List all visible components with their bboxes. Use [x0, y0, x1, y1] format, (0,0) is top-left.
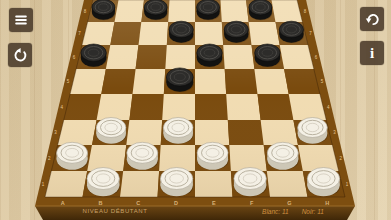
- info-icon: i: [370, 46, 374, 61]
- square-e3: [195, 120, 229, 145]
- square-f8: [221, 0, 249, 22]
- piece-black-f7[interactable]: [224, 21, 249, 43]
- checkers-board: ABCDEFGH8877665544332211: [0, 0, 391, 220]
- piece-black-a6[interactable]: [81, 44, 107, 67]
- square-g1: [267, 171, 308, 197]
- file-label-d: D: [174, 200, 178, 206]
- piece-white-h3[interactable]: [298, 118, 328, 144]
- square-c6[interactable]: [136, 45, 167, 69]
- square-b2: [87, 145, 126, 171]
- square-f2: [229, 145, 266, 171]
- white-score-label: Blanc: 11: [262, 208, 289, 215]
- square-c7: [139, 22, 169, 45]
- square-b4: [97, 94, 133, 120]
- square-d4: [162, 94, 195, 120]
- restart-button[interactable]: [8, 43, 32, 67]
- square-c1: [120, 171, 159, 197]
- piece-black-g6[interactable]: [255, 44, 281, 67]
- piece-white-a2[interactable]: [57, 142, 88, 170]
- square-b7[interactable]: [110, 22, 141, 45]
- piece-black-c8[interactable]: [144, 0, 167, 20]
- file-label-b: B: [99, 200, 103, 206]
- square-d2: [159, 145, 195, 171]
- piece-white-h1[interactable]: [307, 168, 340, 197]
- square-f3[interactable]: [228, 120, 264, 145]
- square-g4[interactable]: [258, 94, 294, 120]
- piece-black-e6[interactable]: [197, 44, 223, 67]
- square-f4: [226, 94, 260, 120]
- piece-black-e8[interactable]: [197, 0, 220, 20]
- piece-white-e2[interactable]: [197, 142, 228, 170]
- file-label-a: A: [61, 200, 65, 206]
- piece-white-b1[interactable]: [87, 168, 120, 197]
- square-b6: [106, 45, 139, 69]
- square-f5[interactable]: [225, 69, 258, 94]
- piece-white-c2[interactable]: [127, 142, 158, 170]
- square-c4[interactable]: [129, 94, 163, 120]
- level-label: NIVEAU DÉBUTANT: [55, 208, 175, 214]
- piece-black-g8[interactable]: [249, 0, 272, 20]
- piece-black-a8[interactable]: [92, 0, 115, 20]
- square-e4[interactable]: [195, 94, 228, 120]
- square-h2: [298, 145, 339, 171]
- square-e7: [195, 22, 223, 45]
- black-score-label: Noir: 11: [302, 208, 324, 215]
- file-label-c: C: [136, 200, 140, 206]
- file-label-g: G: [287, 200, 291, 206]
- square-g7: [249, 22, 280, 45]
- piece-black-d5[interactable]: [166, 68, 193, 92]
- square-e1: [195, 171, 233, 197]
- square-g5: [254, 69, 288, 94]
- square-d8: [168, 0, 195, 22]
- square-f6: [223, 45, 254, 69]
- hamburger-icon: [13, 12, 29, 28]
- file-label-e: E: [212, 200, 216, 206]
- info-button[interactable]: i: [360, 41, 384, 65]
- menu-button[interactable]: [9, 8, 33, 32]
- square-e5: [195, 69, 226, 94]
- square-b5[interactable]: [101, 69, 135, 94]
- square-c5: [133, 69, 166, 94]
- piece-white-f1[interactable]: [234, 168, 267, 197]
- square-b8: [115, 0, 145, 22]
- undo-button[interactable]: [360, 7, 384, 31]
- app-screen: ABCDEFGH8877665544332211 i NIVEAU DÉBUTA…: [0, 0, 391, 220]
- score-bar: Blanc: 11 Noir: 11: [234, 208, 352, 215]
- square-g3: [261, 120, 298, 145]
- undo-icon: [364, 11, 380, 27]
- piece-white-d1[interactable]: [160, 168, 193, 197]
- piece-white-g2[interactable]: [267, 142, 298, 170]
- square-d6: [165, 45, 195, 69]
- piece-black-h7[interactable]: [279, 21, 304, 43]
- piece-black-d7[interactable]: [169, 21, 194, 43]
- restart-icon: [12, 47, 28, 63]
- piece-white-d3[interactable]: [163, 118, 193, 144]
- square-a3: [58, 120, 97, 145]
- square-a1: [45, 171, 87, 197]
- file-label-h: H: [325, 200, 329, 206]
- square-c3: [126, 120, 162, 145]
- piece-white-b3[interactable]: [96, 118, 126, 144]
